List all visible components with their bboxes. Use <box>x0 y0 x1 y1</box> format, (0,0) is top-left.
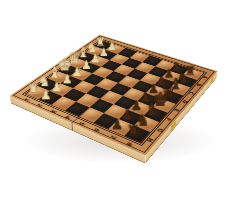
piece-white-pawn[interactable]: ♟ <box>72 66 83 78</box>
piece-white-rook[interactable]: ♜ <box>27 82 39 96</box>
piece-white-pawn[interactable]: ♟ <box>51 81 62 93</box>
chess-set-photo: ♜♟♟♜♞♟♟♞♝♟♟♝♛♟♟♛♚♟♟♚♝♟♟♝♞♟♟♞♜♟♟♜ 1234567… <box>0 0 240 197</box>
piece-white-pawn[interactable]: ♟ <box>40 89 51 102</box>
piece-black-rook[interactable]: ♜ <box>126 123 140 138</box>
piece-white-pawn[interactable]: ♟ <box>81 59 91 70</box>
fold-seam-edge <box>71 123 72 130</box>
piece-white-pawn[interactable]: ♟ <box>62 73 73 85</box>
piece-white-pawn[interactable]: ♟ <box>90 53 100 64</box>
piece-black-pawn[interactable]: ♟ <box>111 118 124 132</box>
piece-white-knight[interactable]: ♞ <box>38 74 51 88</box>
